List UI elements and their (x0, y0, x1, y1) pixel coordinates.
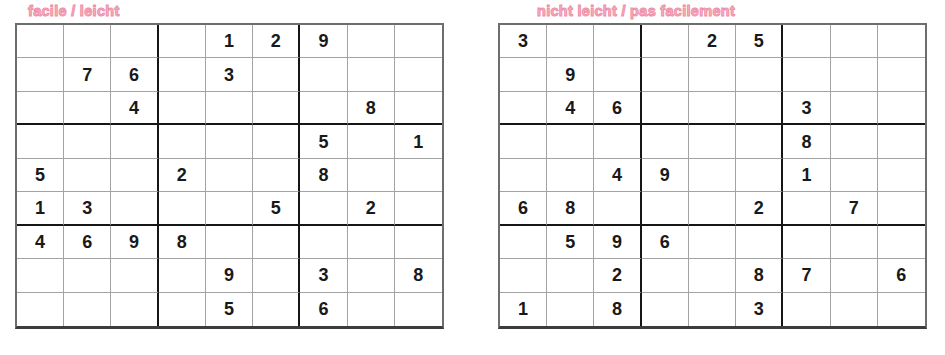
cell-r1c8 (831, 25, 878, 58)
cell-r5c9 (878, 159, 925, 192)
cell-r8c7: 3 (300, 259, 347, 292)
given-digit: 6 (896, 266, 906, 284)
cell-r2c2: 7 (64, 58, 111, 91)
cell-r1c6: 2 (253, 25, 300, 58)
cell-r4c7: 8 (783, 125, 830, 158)
given-digit: 3 (224, 66, 234, 84)
cell-r7c1: 4 (17, 226, 64, 259)
cell-r4c8 (348, 125, 395, 158)
cell-r7c2: 5 (547, 226, 594, 259)
cell-r7c9 (878, 226, 925, 259)
cell-r9c3 (111, 293, 158, 326)
cell-r5c2 (64, 159, 111, 192)
cell-r4c4 (642, 125, 689, 158)
cell-r3c9 (395, 92, 442, 125)
cell-r2c7 (783, 58, 830, 91)
cell-r3c3: 6 (594, 92, 641, 125)
cell-r9c3: 8 (594, 293, 641, 326)
cell-r1c9 (878, 25, 925, 58)
cell-r6c9 (395, 192, 442, 225)
cell-r8c1 (500, 259, 547, 292)
given-digit: 2 (366, 199, 376, 217)
given-digit: 6 (612, 99, 622, 117)
given-digit: 8 (754, 266, 764, 284)
cell-r6c5 (206, 192, 253, 225)
cell-r8c9: 8 (395, 259, 442, 292)
cell-r4c1 (17, 125, 64, 158)
cell-r5c3: 4 (594, 159, 641, 192)
cell-r1c8 (348, 25, 395, 58)
given-digit: 9 (612, 233, 622, 251)
given-digit: 4 (129, 99, 139, 117)
sudoku-worksheet: facile / leicht 129763485152813524698938… (0, 0, 945, 355)
given-digit: 3 (754, 300, 764, 318)
cell-r9c9 (878, 293, 925, 326)
cell-r3c6 (736, 92, 783, 125)
cell-r4c9 (878, 125, 925, 158)
cell-r2c7 (300, 58, 347, 91)
cell-r2c8 (831, 58, 878, 91)
cell-r8c6 (253, 259, 300, 292)
cell-r7c8 (348, 226, 395, 259)
cell-r6c8: 7 (831, 192, 878, 225)
cell-r9c5 (689, 293, 736, 326)
cell-r7c4: 8 (159, 226, 206, 259)
given-digit: 6 (82, 233, 92, 251)
cell-r1c1 (17, 25, 64, 58)
cell-r3c4 (642, 92, 689, 125)
cell-r7c8 (831, 226, 878, 259)
cell-r5c4: 9 (642, 159, 689, 192)
given-digit: 6 (318, 300, 328, 318)
cell-r4c3 (111, 125, 158, 158)
cell-r5c1: 5 (17, 159, 64, 192)
given-digit: 3 (318, 266, 328, 284)
cell-r1c5: 2 (689, 25, 736, 58)
cell-r5c7: 1 (783, 159, 830, 192)
puzzle-not-easy: nicht leicht / pas facilement 3259463849… (498, 2, 927, 329)
cell-r8c9: 6 (878, 259, 925, 292)
cell-r8c6: 8 (736, 259, 783, 292)
cell-r5c3 (111, 159, 158, 192)
cell-r2c9 (395, 58, 442, 91)
cell-r3c5 (206, 92, 253, 125)
given-digit: 5 (224, 300, 234, 318)
given-digit: 9 (129, 233, 139, 251)
cell-r3c2: 4 (547, 92, 594, 125)
cell-r8c3: 2 (594, 259, 641, 292)
cell-r9c4 (159, 293, 206, 326)
cell-r9c9 (395, 293, 442, 326)
cell-r5c6 (736, 159, 783, 192)
given-digit: 5 (35, 166, 45, 184)
cell-r4c4 (159, 125, 206, 158)
cell-r8c7: 7 (783, 259, 830, 292)
given-digit: 8 (612, 300, 622, 318)
cell-r4c6 (736, 125, 783, 158)
given-digit: 1 (518, 300, 528, 318)
cell-r9c6: 3 (736, 293, 783, 326)
cell-r3c8 (831, 92, 878, 125)
given-digit: 1 (801, 166, 811, 184)
given-digit: 2 (707, 32, 717, 50)
cell-r1c4 (642, 25, 689, 58)
cell-r4c9: 1 (395, 125, 442, 158)
cell-r3c6 (253, 92, 300, 125)
given-digit: 5 (318, 133, 328, 151)
cell-r6c3 (111, 192, 158, 225)
cell-r2c8 (348, 58, 395, 91)
given-digit: 9 (660, 166, 670, 184)
given-digit: 6 (129, 66, 139, 84)
cell-r8c1 (17, 259, 64, 292)
cell-r7c7 (783, 226, 830, 259)
given-digit: 9 (224, 266, 234, 284)
cell-r3c8: 8 (348, 92, 395, 125)
cell-r1c4 (159, 25, 206, 58)
cell-r6c9 (878, 192, 925, 225)
cell-r5c5 (689, 159, 736, 192)
cell-r8c8 (348, 259, 395, 292)
cell-r5c8 (831, 159, 878, 192)
cell-r5c1 (500, 159, 547, 192)
cell-r9c1 (17, 293, 64, 326)
cell-r8c4 (642, 259, 689, 292)
cell-r9c2 (64, 293, 111, 326)
puzzle-title-not-easy: nicht leicht / pas facilement (537, 2, 927, 23)
cell-r1c9 (395, 25, 442, 58)
cell-r7c2: 6 (64, 226, 111, 259)
given-digit: 8 (565, 199, 575, 217)
cell-r1c5: 1 (206, 25, 253, 58)
cell-r1c3 (111, 25, 158, 58)
cell-r8c2 (547, 259, 594, 292)
cell-r8c5: 9 (206, 259, 253, 292)
cell-r4c5 (689, 125, 736, 158)
given-digit: 8 (177, 233, 187, 251)
cell-r9c5: 5 (206, 293, 253, 326)
sudoku-board-easy: 12976348515281352469893856 (15, 23, 444, 329)
cell-r2c2: 9 (547, 58, 594, 91)
cell-r3c4 (159, 92, 206, 125)
cell-r7c3: 9 (111, 226, 158, 259)
cell-r6c6: 5 (253, 192, 300, 225)
cell-r6c5 (689, 192, 736, 225)
given-digit: 1 (35, 199, 45, 217)
cell-r6c2: 3 (64, 192, 111, 225)
cell-r6c7 (783, 192, 830, 225)
cell-r2c3: 6 (111, 58, 158, 91)
cell-r4c3 (594, 125, 641, 158)
cell-r3c9 (878, 92, 925, 125)
cell-r6c1: 6 (500, 192, 547, 225)
cell-r2c6 (253, 58, 300, 91)
cell-r2c1 (500, 58, 547, 91)
given-digit: 5 (271, 199, 281, 217)
cell-r1c6: 5 (736, 25, 783, 58)
given-digit: 3 (82, 199, 92, 217)
cell-r4c6 (253, 125, 300, 158)
cell-r6c6: 2 (736, 192, 783, 225)
cell-r5c7: 8 (300, 159, 347, 192)
given-digit: 8 (413, 266, 423, 284)
cell-r9c7 (783, 293, 830, 326)
given-digit: 7 (82, 66, 92, 84)
cell-r6c2: 8 (547, 192, 594, 225)
cell-r4c1 (500, 125, 547, 158)
cell-r1c7: 9 (300, 25, 347, 58)
cell-r4c8 (831, 125, 878, 158)
cell-r3c7 (300, 92, 347, 125)
given-digit: 5 (754, 32, 764, 50)
cell-r1c7 (783, 25, 830, 58)
cell-r7c3: 9 (594, 226, 641, 259)
given-digit: 9 (318, 32, 328, 50)
cell-r4c7: 5 (300, 125, 347, 158)
cell-r6c1: 1 (17, 192, 64, 225)
cell-r9c6 (253, 293, 300, 326)
cell-r7c4: 6 (642, 226, 689, 259)
cell-r2c4 (642, 58, 689, 91)
cell-r7c5 (206, 226, 253, 259)
given-digit: 2 (754, 199, 764, 217)
cell-r6c4 (159, 192, 206, 225)
cell-r1c3 (594, 25, 641, 58)
cell-r7c6 (736, 226, 783, 259)
cell-r1c2 (547, 25, 594, 58)
cell-r1c1: 3 (500, 25, 547, 58)
cell-r3c3: 4 (111, 92, 158, 125)
given-digit: 6 (660, 233, 670, 251)
cell-r8c4 (159, 259, 206, 292)
cell-r9c8 (348, 293, 395, 326)
given-digit: 8 (366, 99, 376, 117)
cell-r7c6 (253, 226, 300, 259)
given-digit: 8 (801, 133, 811, 151)
given-digit: 7 (801, 266, 811, 284)
given-digit: 8 (318, 166, 328, 184)
given-digit: 3 (801, 99, 811, 117)
given-digit: 4 (35, 233, 45, 251)
given-digit: 1 (413, 133, 423, 151)
cell-r6c7 (300, 192, 347, 225)
cell-r9c8 (831, 293, 878, 326)
cell-r3c1 (17, 92, 64, 125)
given-digit: 7 (849, 199, 859, 217)
cell-r5c5 (206, 159, 253, 192)
cell-r9c2 (547, 293, 594, 326)
cell-r8c2 (64, 259, 111, 292)
cell-r4c2 (64, 125, 111, 158)
cell-r5c9 (395, 159, 442, 192)
cell-r3c5 (689, 92, 736, 125)
cell-r2c1 (17, 58, 64, 91)
cell-r2c9 (878, 58, 925, 91)
cell-r8c5 (689, 259, 736, 292)
cell-r5c2 (547, 159, 594, 192)
puzzle-easy: facile / leicht 129763485152813524698938… (15, 2, 444, 329)
cell-r8c8 (831, 259, 878, 292)
cell-r9c7: 6 (300, 293, 347, 326)
cell-r6c4 (642, 192, 689, 225)
given-digit: 3 (518, 32, 528, 50)
cell-r7c7 (300, 226, 347, 259)
given-digit: 4 (565, 99, 575, 117)
cell-r2c4 (159, 58, 206, 91)
cell-r7c5 (689, 226, 736, 259)
cell-r5c4: 2 (159, 159, 206, 192)
puzzle-title-easy: facile / leicht (28, 2, 444, 23)
cell-r9c1: 1 (500, 293, 547, 326)
cell-r6c8: 2 (348, 192, 395, 225)
given-digit: 9 (565, 66, 575, 84)
cell-r2c6 (736, 58, 783, 91)
cell-r4c2 (547, 125, 594, 158)
given-digit: 1 (224, 32, 234, 50)
given-digit: 6 (518, 199, 528, 217)
cell-r2c5 (689, 58, 736, 91)
given-digit: 2 (271, 32, 281, 50)
cell-r7c1 (500, 226, 547, 259)
cell-r1c2 (64, 25, 111, 58)
cell-r5c6 (253, 159, 300, 192)
given-digit: 2 (612, 266, 622, 284)
cell-r3c2 (64, 92, 111, 125)
given-digit: 4 (612, 166, 622, 184)
sudoku-board-not-easy: 3259463849168275962876183 (498, 23, 927, 329)
cell-r2c3 (594, 58, 641, 91)
cell-r3c7: 3 (783, 92, 830, 125)
cell-r3c1 (500, 92, 547, 125)
cell-r2c5: 3 (206, 58, 253, 91)
given-digit: 2 (177, 166, 187, 184)
cell-r6c3 (594, 192, 641, 225)
cell-r4c5 (206, 125, 253, 158)
cell-r9c4 (642, 293, 689, 326)
given-digit: 5 (565, 233, 575, 251)
cell-r5c8 (348, 159, 395, 192)
cell-r7c9 (395, 226, 442, 259)
cell-r8c3 (111, 259, 158, 292)
